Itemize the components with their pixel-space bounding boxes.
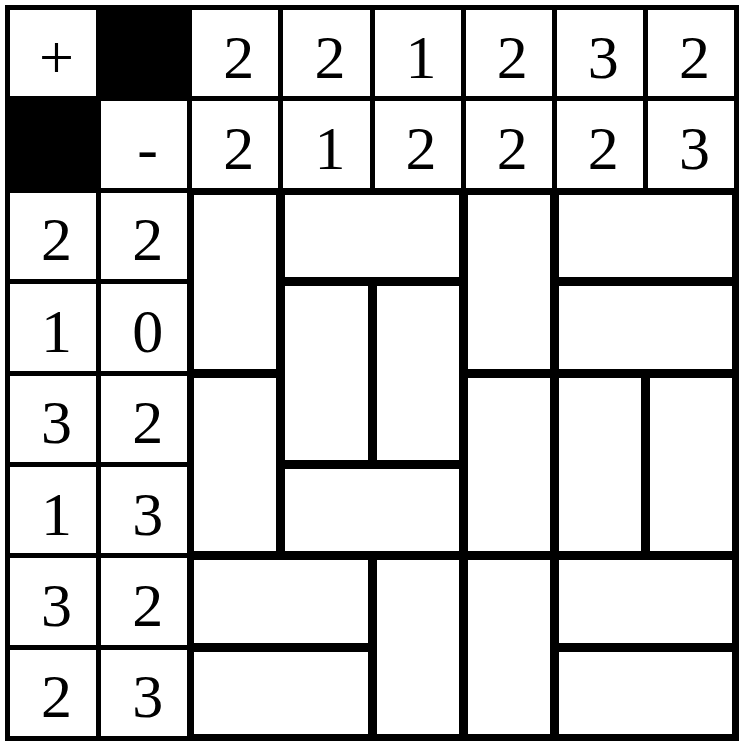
domino-r5c1-horizontal[interactable] [192, 558, 369, 644]
row-6-minus-clue: 3 [101, 650, 187, 736]
row-2-minus-clue: 0 [101, 284, 187, 370]
col-3-plus-clue: 1 [375, 10, 461, 96]
board-frame: + - 221232212223213132202323 [5, 5, 739, 741]
col-2-minus-clue: 1 [283, 101, 369, 187]
blocked-cell-left [10, 101, 96, 187]
col-4-minus-clue: 2 [466, 101, 552, 187]
col-2-plus-clue: 2 [283, 10, 369, 96]
domino-r5c4-vertical[interactable] [466, 558, 552, 736]
domino-r5c3-vertical[interactable] [375, 558, 461, 736]
row-4-plus-clue: 1 [10, 467, 96, 553]
row-3-plus-clue: 3 [10, 376, 96, 462]
domino-r1c5-horizontal[interactable] [557, 193, 734, 279]
row-3-minus-clue: 2 [101, 376, 187, 462]
col-5-plus-clue: 3 [557, 10, 643, 96]
col-5-minus-clue: 2 [557, 101, 643, 187]
col-6-plus-clue: 2 [648, 10, 734, 96]
col-6-minus-clue: 3 [648, 101, 734, 187]
domino-r1c1-vertical[interactable] [192, 193, 278, 371]
magnets-puzzle-board: + - 221232212223213132202323 [0, 0, 744, 746]
plus-clues-header: + [10, 10, 96, 96]
row-1-minus-clue: 2 [101, 193, 187, 279]
domino-r6c5-horizontal[interactable] [557, 650, 734, 736]
minus-clues-header: - [101, 101, 187, 187]
blocked-cell-top [101, 10, 187, 96]
row-5-plus-clue: 3 [10, 558, 96, 644]
domino-r5c5-horizontal[interactable] [557, 558, 734, 644]
row-1-plus-clue: 2 [10, 193, 96, 279]
col-3-minus-clue: 2 [375, 101, 461, 187]
col-4-plus-clue: 2 [466, 10, 552, 96]
domino-r3c5-vertical[interactable] [557, 376, 643, 554]
domino-r1c2-horizontal[interactable] [283, 193, 460, 279]
domino-r3c6-vertical[interactable] [648, 376, 734, 554]
row-6-plus-clue: 2 [10, 650, 96, 736]
domino-r4c2-horizontal[interactable] [283, 467, 460, 553]
domino-r3c1-vertical[interactable] [192, 376, 278, 554]
domino-r3c4-vertical[interactable] [466, 376, 552, 554]
domino-r1c4-vertical[interactable] [466, 193, 552, 371]
domino-r6c1-horizontal[interactable] [192, 650, 369, 736]
col-1-minus-clue: 2 [192, 101, 278, 187]
col-1-plus-clue: 2 [192, 10, 278, 96]
domino-r2c2-vertical[interactable] [283, 284, 369, 462]
domino-r2c5-horizontal[interactable] [557, 284, 734, 370]
domino-r2c3-vertical[interactable] [375, 284, 461, 462]
row-2-plus-clue: 1 [10, 284, 96, 370]
row-5-minus-clue: 2 [101, 558, 187, 644]
row-4-minus-clue: 3 [101, 467, 187, 553]
